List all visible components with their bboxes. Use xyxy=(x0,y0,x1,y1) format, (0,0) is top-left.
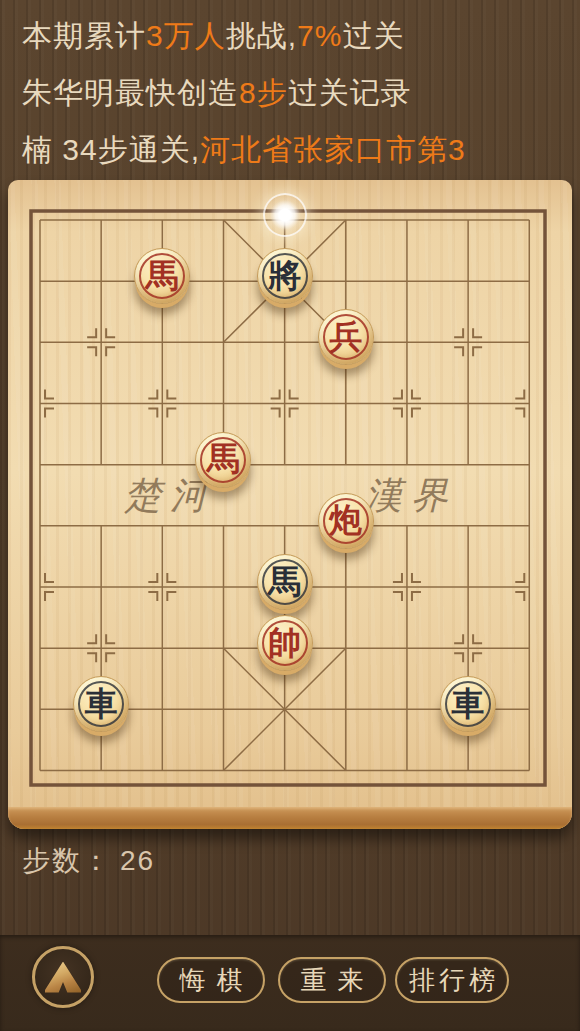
red-piece-炮[interactable]: 炮 xyxy=(318,493,374,549)
step-counter-value: 26 xyxy=(120,845,155,876)
challenge-stats-line-2: 朱华明最快创造8步过关记录 xyxy=(22,64,570,121)
xiangqi-app: 本期累计3万人挑战,7%过关朱华明最快创造8步过关记录楠 34步通关,河北省张家… xyxy=(0,0,580,1031)
challenge-stats-line-1: 本期累计3万人挑战,7%过关 xyxy=(22,7,570,64)
restart-button[interactable]: 重来 xyxy=(278,957,386,1003)
move-highlight-sparkle xyxy=(263,193,307,237)
step-counter-label: 步数： xyxy=(22,845,112,876)
black-piece-車[interactable]: 車 xyxy=(73,676,129,732)
xiangqi-board[interactable]: 楚河 漢界 馬將兵馬炮馬帥車車 xyxy=(8,180,572,829)
step-counter: 步数：26 xyxy=(22,842,155,880)
black-piece-車[interactable]: 車 xyxy=(440,676,496,732)
black-piece-將[interactable]: 將 xyxy=(257,248,313,304)
black-piece-馬[interactable]: 馬 xyxy=(257,554,313,610)
red-piece-帥[interactable]: 帥 xyxy=(257,615,313,671)
red-piece-馬[interactable]: 馬 xyxy=(195,432,251,488)
home-button[interactable] xyxy=(32,946,94,1008)
up-arrow-logo-icon xyxy=(45,962,81,993)
leaderboard-button[interactable]: 排行榜 xyxy=(395,957,509,1003)
red-piece-馬[interactable]: 馬 xyxy=(134,248,190,304)
undo-button[interactable]: 悔棋 xyxy=(157,957,265,1003)
challenge-stats-line-3: 楠 34步通关,河北省张家口市第3 xyxy=(22,121,570,178)
challenge-info: 本期累计3万人挑战,7%过关朱华明最快创造8步过关记录楠 34步通关,河北省张家… xyxy=(22,7,570,178)
red-piece-兵[interactable]: 兵 xyxy=(318,309,374,365)
pieces-layer: 馬將兵馬炮馬帥車車 xyxy=(8,180,572,829)
